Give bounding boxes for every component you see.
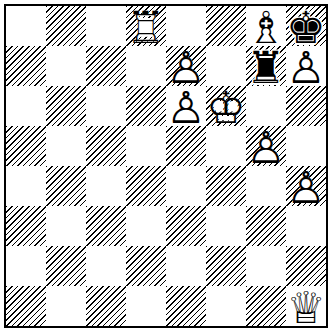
square-e8[interactable] — [166, 6, 206, 46]
square-a3[interactable] — [6, 206, 46, 246]
square-b8[interactable] — [46, 6, 86, 46]
square-a5[interactable] — [6, 126, 46, 166]
black-king: ♚ — [286, 6, 326, 46]
square-c6[interactable] — [86, 86, 126, 126]
square-g6[interactable] — [246, 86, 286, 126]
white-pawn: ♟︎♙ — [286, 46, 326, 86]
square-h8[interactable]: ♚ — [286, 6, 326, 46]
square-f5[interactable] — [206, 126, 246, 166]
square-b5[interactable] — [46, 126, 86, 166]
square-a8[interactable] — [6, 6, 46, 46]
square-g1[interactable] — [246, 286, 286, 326]
square-f4[interactable] — [206, 166, 246, 206]
white-rook: ♜♖ — [126, 6, 166, 46]
black-rook: ♜ — [246, 46, 286, 86]
square-c5[interactable] — [86, 126, 126, 166]
square-f2[interactable] — [206, 246, 246, 286]
square-d4[interactable] — [126, 166, 166, 206]
white-queen: ♛♕ — [286, 286, 326, 326]
square-c2[interactable] — [86, 246, 126, 286]
square-b4[interactable] — [46, 166, 86, 206]
square-f6[interactable]: ♚♔ — [206, 86, 246, 126]
square-a4[interactable] — [6, 166, 46, 206]
square-e3[interactable] — [166, 206, 206, 246]
chess-board: ♜♖♝♗♚♟︎♙♜♟︎♙♟︎♙♚♔♟︎♙♟︎♙♛♕ — [4, 4, 328, 328]
square-h3[interactable] — [286, 206, 326, 246]
square-d1[interactable] — [126, 286, 166, 326]
square-d3[interactable] — [126, 206, 166, 246]
square-c8[interactable] — [86, 6, 126, 46]
white-pawn: ♟︎♙ — [166, 86, 206, 126]
square-e5[interactable] — [166, 126, 206, 166]
square-f3[interactable] — [206, 206, 246, 246]
square-a1[interactable] — [6, 286, 46, 326]
square-c7[interactable] — [86, 46, 126, 86]
square-f7[interactable] — [206, 46, 246, 86]
square-g7[interactable]: ♜ — [246, 46, 286, 86]
square-g4[interactable] — [246, 166, 286, 206]
square-h2[interactable] — [286, 246, 326, 286]
square-f1[interactable] — [206, 286, 246, 326]
square-e2[interactable] — [166, 246, 206, 286]
square-h4[interactable]: ♟︎♙ — [286, 166, 326, 206]
square-e1[interactable] — [166, 286, 206, 326]
square-h7[interactable]: ♟︎♙ — [286, 46, 326, 86]
square-h5[interactable] — [286, 126, 326, 166]
square-e6[interactable]: ♟︎♙ — [166, 86, 206, 126]
white-pawn: ♟︎♙ — [166, 46, 206, 86]
square-d6[interactable] — [126, 86, 166, 126]
square-b2[interactable] — [46, 246, 86, 286]
square-d2[interactable] — [126, 246, 166, 286]
square-h1[interactable]: ♛♕ — [286, 286, 326, 326]
square-h6[interactable] — [286, 86, 326, 126]
square-e7[interactable]: ♟︎♙ — [166, 46, 206, 86]
square-d8[interactable]: ♜♖ — [126, 6, 166, 46]
white-bishop: ♝♗ — [246, 6, 286, 46]
square-d7[interactable] — [126, 46, 166, 86]
square-g2[interactable] — [246, 246, 286, 286]
square-c4[interactable] — [86, 166, 126, 206]
square-f8[interactable] — [206, 6, 246, 46]
white-pawn: ♟︎♙ — [286, 166, 326, 206]
square-g3[interactable] — [246, 206, 286, 246]
square-a7[interactable] — [6, 46, 46, 86]
square-b1[interactable] — [46, 286, 86, 326]
square-b7[interactable] — [46, 46, 86, 86]
square-g8[interactable]: ♝♗ — [246, 6, 286, 46]
square-a6[interactable] — [6, 86, 46, 126]
square-b3[interactable] — [46, 206, 86, 246]
white-pawn: ♟︎♙ — [246, 126, 286, 166]
square-g5[interactable]: ♟︎♙ — [246, 126, 286, 166]
square-d5[interactable] — [126, 126, 166, 166]
square-c3[interactable] — [86, 206, 126, 246]
square-b6[interactable] — [46, 86, 86, 126]
diagram-frame: ♜♖♝♗♚♟︎♙♜♟︎♙♟︎♙♚♔♟︎♙♟︎♙♛♕ — [0, 0, 332, 332]
square-c1[interactable] — [86, 286, 126, 326]
square-e4[interactable] — [166, 166, 206, 206]
white-king: ♚♔ — [206, 86, 246, 126]
square-a2[interactable] — [6, 246, 46, 286]
